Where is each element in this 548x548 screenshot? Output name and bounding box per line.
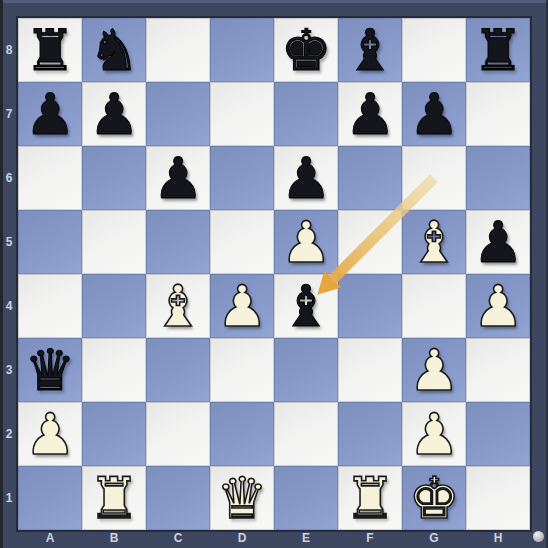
square-e4[interactable]: ♝ [274, 274, 338, 338]
square-b1[interactable]: ♜ [82, 466, 146, 530]
square-e2[interactable] [274, 402, 338, 466]
piece-white-rook[interactable]: ♜ [344, 466, 395, 530]
piece-black-pawn[interactable]: ♟ [408, 82, 459, 146]
square-f6[interactable] [338, 146, 402, 210]
square-c7[interactable] [146, 82, 210, 146]
square-h6[interactable] [466, 146, 530, 210]
file-label-g: G [402, 531, 466, 546]
square-b4[interactable] [82, 274, 146, 338]
square-f8[interactable]: ♝ [338, 18, 402, 82]
rank-label-5: 5 [2, 210, 16, 274]
square-e5[interactable]: ♟ [274, 210, 338, 274]
square-d1[interactable]: ♛ [210, 466, 274, 530]
window-top-highlight [0, 0, 548, 3]
square-a8[interactable]: ♜ [18, 18, 82, 82]
file-label-a: A [18, 531, 82, 546]
rank-label-2: 2 [2, 402, 16, 466]
square-c1[interactable] [146, 466, 210, 530]
square-a6[interactable] [18, 146, 82, 210]
square-b7[interactable]: ♟ [82, 82, 146, 146]
piece-white-king[interactable]: ♚ [408, 466, 459, 530]
rank-label-6: 6 [2, 146, 16, 210]
piece-black-rook[interactable]: ♜ [472, 18, 523, 82]
square-g3[interactable]: ♟ [402, 338, 466, 402]
square-c4[interactable]: ♝ [146, 274, 210, 338]
piece-black-queen[interactable]: ♛ [24, 338, 75, 402]
file-label-b: B [82, 531, 146, 546]
square-b8[interactable]: ♞ [82, 18, 146, 82]
corner-dot [533, 531, 544, 542]
square-b5[interactable] [82, 210, 146, 274]
piece-white-rook[interactable]: ♜ [88, 466, 139, 530]
square-h5[interactable]: ♟ [466, 210, 530, 274]
square-h7[interactable] [466, 82, 530, 146]
piece-black-rook[interactable]: ♜ [24, 18, 75, 82]
square-a5[interactable] [18, 210, 82, 274]
square-d2[interactable] [210, 402, 274, 466]
square-f4[interactable] [338, 274, 402, 338]
piece-black-pawn[interactable]: ♟ [472, 210, 523, 274]
file-label-e: E [274, 531, 338, 546]
piece-white-queen[interactable]: ♛ [216, 466, 267, 530]
square-g4[interactable] [402, 274, 466, 338]
square-d5[interactable] [210, 210, 274, 274]
square-c6[interactable]: ♟ [146, 146, 210, 210]
square-g1[interactable]: ♚ [402, 466, 466, 530]
square-g7[interactable]: ♟ [402, 82, 466, 146]
rank-label-3: 3 [2, 338, 16, 402]
file-label-h: H [466, 531, 530, 546]
square-g2[interactable]: ♟ [402, 402, 466, 466]
piece-black-bishop[interactable]: ♝ [344, 18, 395, 82]
square-h8[interactable]: ♜ [466, 18, 530, 82]
piece-white-pawn[interactable]: ♟ [216, 274, 267, 338]
piece-white-bishop[interactable]: ♝ [152, 274, 203, 338]
piece-black-knight[interactable]: ♞ [88, 18, 139, 82]
piece-black-pawn[interactable]: ♟ [280, 146, 331, 210]
square-d6[interactable] [210, 146, 274, 210]
file-label-f: F [338, 531, 402, 546]
square-c2[interactable] [146, 402, 210, 466]
piece-black-pawn[interactable]: ♟ [344, 82, 395, 146]
piece-black-king[interactable]: ♚ [280, 18, 331, 82]
piece-black-pawn[interactable]: ♟ [24, 82, 75, 146]
square-a3[interactable]: ♛ [18, 338, 82, 402]
square-e6[interactable]: ♟ [274, 146, 338, 210]
square-d7[interactable] [210, 82, 274, 146]
square-h1[interactable] [466, 466, 530, 530]
square-e1[interactable] [274, 466, 338, 530]
square-b2[interactable] [82, 402, 146, 466]
square-b3[interactable] [82, 338, 146, 402]
square-f1[interactable]: ♜ [338, 466, 402, 530]
file-labels: ABCDEFGH [18, 531, 530, 546]
square-f5[interactable] [338, 210, 402, 274]
square-a7[interactable]: ♟ [18, 82, 82, 146]
square-e8[interactable]: ♚ [274, 18, 338, 82]
square-c8[interactable] [146, 18, 210, 82]
square-f2[interactable] [338, 402, 402, 466]
piece-black-pawn[interactable]: ♟ [152, 146, 203, 210]
square-a2[interactable]: ♟ [18, 402, 82, 466]
square-d8[interactable] [210, 18, 274, 82]
piece-white-bishop[interactable]: ♝ [408, 210, 459, 274]
piece-black-bishop[interactable]: ♝ [280, 274, 331, 338]
square-h4[interactable]: ♟ [466, 274, 530, 338]
square-f7[interactable]: ♟ [338, 82, 402, 146]
rank-label-8: 8 [2, 18, 16, 82]
square-e3[interactable] [274, 338, 338, 402]
square-a1[interactable] [18, 466, 82, 530]
piece-white-pawn[interactable]: ♟ [24, 402, 75, 466]
file-label-d: D [210, 531, 274, 546]
square-e7[interactable] [274, 82, 338, 146]
rank-label-1: 1 [2, 466, 16, 530]
square-c5[interactable] [146, 210, 210, 274]
piece-white-pawn[interactable]: ♟ [408, 402, 459, 466]
square-g8[interactable] [402, 18, 466, 82]
piece-white-pawn[interactable]: ♟ [472, 274, 523, 338]
square-c3[interactable] [146, 338, 210, 402]
square-h2[interactable] [466, 402, 530, 466]
piece-white-pawn[interactable]: ♟ [408, 338, 459, 402]
square-g6[interactable] [402, 146, 466, 210]
piece-white-pawn[interactable]: ♟ [280, 210, 331, 274]
file-label-c: C [146, 531, 210, 546]
square-d3[interactable] [210, 338, 274, 402]
chess-board: ♜♞♚♝♜♟♟♟♟♟♟♟♝♟♝♟♝♟♛♟♟♟♜♛♜♚ [16, 16, 532, 532]
rank-label-4: 4 [2, 274, 16, 338]
square-f3[interactable] [338, 338, 402, 402]
square-d4[interactable]: ♟ [210, 274, 274, 338]
rank-label-7: 7 [2, 82, 16, 146]
square-b6[interactable] [82, 146, 146, 210]
square-a4[interactable] [18, 274, 82, 338]
square-h3[interactable] [466, 338, 530, 402]
square-g5[interactable]: ♝ [402, 210, 466, 274]
rank-labels: 87654321 [2, 18, 16, 530]
piece-black-pawn[interactable]: ♟ [88, 82, 139, 146]
